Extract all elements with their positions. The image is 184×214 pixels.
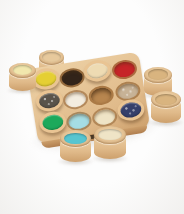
- cylinder-face-wood-top: [42, 52, 61, 62]
- cylinder-cream-front[interactable]: [94, 126, 126, 160]
- recess-grid: [31, 56, 145, 138]
- disc-natural-wood[interactable]: [82, 58, 112, 83]
- recess-r3c4: [116, 100, 146, 126]
- cylinder-face-wood-recessed: [155, 94, 177, 105]
- cylinder-top-rim: [60, 130, 91, 147]
- cylinder-face-cream: [98, 129, 122, 141]
- disc-dark-brown[interactable]: [58, 66, 86, 89]
- cylinder-top-rim: [144, 67, 172, 83]
- cylinder-top-rim: [9, 63, 36, 78]
- cylinder-top-rim: [39, 50, 64, 65]
- disc-cream[interactable]: [91, 105, 119, 128]
- disc-light-blue[interactable]: [65, 109, 93, 132]
- empty-recess: [87, 84, 115, 107]
- cylinder-face-wood-recessed: [148, 69, 169, 79]
- product-photo: [0, 0, 184, 214]
- cylinder-pale-yellow-left[interactable]: [9, 63, 36, 92]
- disc-red[interactable]: [111, 58, 139, 81]
- cylinder-face-pale-yellow: [13, 65, 33, 75]
- cylinder-top-rim: [94, 126, 126, 144]
- cylinder-face-turquoise: [64, 133, 87, 144]
- cylinder-plain-right-lower[interactable]: [151, 91, 181, 124]
- cylinder-turquoise-front[interactable]: [60, 130, 91, 163]
- cylinder-top-rim: [151, 91, 181, 108]
- disc-white[interactable]: [62, 88, 90, 111]
